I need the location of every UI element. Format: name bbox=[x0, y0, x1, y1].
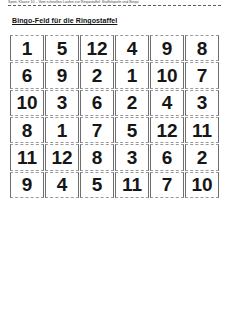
header-rule bbox=[8, 5, 221, 6]
bingo-cell-r6c2: 4 bbox=[45, 172, 79, 198]
bingo-cell-r2c2: 9 bbox=[45, 62, 79, 88]
bingo-cell-r4c1: 8 bbox=[10, 117, 44, 143]
bingo-cell-r2c5: 10 bbox=[150, 62, 184, 88]
bingo-cell-r4c3: 7 bbox=[80, 117, 114, 143]
bingo-cell-r5c5: 6 bbox=[150, 144, 184, 170]
bingo-cell-r2c4: 1 bbox=[115, 62, 149, 88]
bingo-cell-r5c2: 12 bbox=[45, 144, 79, 170]
bingo-cell-r2c6: 7 bbox=[185, 62, 219, 88]
bingo-cell-r1c5: 9 bbox=[150, 35, 184, 61]
page-header-text: Sport, Klasse 10 – Vom schnellen Laufen … bbox=[8, 0, 158, 4]
bingo-cell-r2c3: 2 bbox=[80, 62, 114, 88]
bingo-cell-r3c2: 3 bbox=[45, 90, 79, 116]
bingo-cell-r1c3: 12 bbox=[80, 35, 114, 61]
bingo-cell-r6c5: 7 bbox=[150, 172, 184, 198]
bingo-cell-r3c1: 10 bbox=[10, 90, 44, 116]
bingo-cell-r6c1: 9 bbox=[10, 172, 44, 198]
bingo-cell-r5c6: 2 bbox=[185, 144, 219, 170]
bingo-cell-r5c1: 11 bbox=[10, 144, 44, 170]
bingo-cell-r4c5: 12 bbox=[150, 117, 184, 143]
page-title: Bingo-Feld für die Ringostaffel bbox=[12, 17, 117, 24]
bingo-cell-r3c3: 6 bbox=[80, 90, 114, 116]
bingo-cell-r1c4: 4 bbox=[115, 35, 149, 61]
bingo-cell-r2c1: 6 bbox=[10, 62, 44, 88]
bingo-cell-r5c4: 3 bbox=[115, 144, 149, 170]
bingo-cell-r3c4: 2 bbox=[115, 90, 149, 116]
bingo-cell-r6c3: 5 bbox=[80, 172, 114, 198]
bingo-cell-r6c6: 10 bbox=[185, 172, 219, 198]
bingo-cell-r1c1: 1 bbox=[10, 35, 44, 61]
bingo-cell-r1c2: 5 bbox=[45, 35, 79, 61]
bingo-cell-r4c6: 11 bbox=[185, 117, 219, 143]
bingo-cell-r3c6: 3 bbox=[185, 90, 219, 116]
bingo-cell-r4c4: 5 bbox=[115, 117, 149, 143]
bingo-cell-r6c4: 11 bbox=[115, 172, 149, 198]
bingo-grid: 1512498692110710362438175121111128362945… bbox=[10, 35, 219, 198]
bingo-cell-r1c6: 8 bbox=[185, 35, 219, 61]
bingo-cell-r5c3: 8 bbox=[80, 144, 114, 170]
bingo-cell-r3c5: 4 bbox=[150, 90, 184, 116]
bingo-cell-r4c2: 1 bbox=[45, 117, 79, 143]
